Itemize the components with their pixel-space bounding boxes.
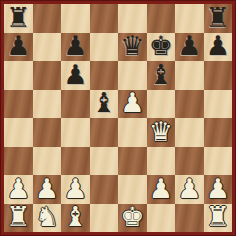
- square-b4[interactable]: [33, 118, 62, 147]
- piece-black-pawn-g7[interactable]: ♟: [177, 33, 201, 60]
- square-c3[interactable]: [61, 147, 90, 176]
- square-b7[interactable]: [33, 33, 62, 62]
- square-f4[interactable]: ♛: [147, 118, 176, 147]
- square-c4[interactable]: [61, 118, 90, 147]
- square-a6[interactable]: [4, 61, 33, 90]
- square-b3[interactable]: [33, 147, 62, 176]
- square-h1[interactable]: ♜: [204, 204, 233, 233]
- square-f1[interactable]: [147, 204, 176, 233]
- piece-white-pawn-e5[interactable]: ♟: [120, 90, 144, 117]
- square-b2[interactable]: ♟: [33, 175, 62, 204]
- piece-white-pawn-c2[interactable]: ♟: [63, 175, 87, 202]
- square-c8[interactable]: [61, 4, 90, 33]
- square-e5[interactable]: ♟: [118, 90, 147, 119]
- square-a2[interactable]: ♟: [4, 175, 33, 204]
- square-h6[interactable]: [204, 61, 233, 90]
- square-f2[interactable]: ♟: [147, 175, 176, 204]
- piece-white-pawn-f2[interactable]: ♟: [149, 175, 173, 202]
- square-c2[interactable]: ♟: [61, 175, 90, 204]
- square-b1[interactable]: ♞: [33, 204, 62, 233]
- square-a5[interactable]: [4, 90, 33, 119]
- square-c7[interactable]: ♟: [61, 33, 90, 62]
- square-b8[interactable]: [33, 4, 62, 33]
- square-h7[interactable]: ♟: [204, 33, 233, 62]
- square-h5[interactable]: [204, 90, 233, 119]
- square-e7[interactable]: ♛: [118, 33, 147, 62]
- piece-black-rook-h8[interactable]: ♜: [206, 4, 230, 31]
- square-g1[interactable]: [175, 204, 204, 233]
- square-h2[interactable]: ♟: [204, 175, 233, 204]
- square-d8[interactable]: [90, 4, 119, 33]
- square-a3[interactable]: [4, 147, 33, 176]
- square-d1[interactable]: [90, 204, 119, 233]
- square-a1[interactable]: ♜: [4, 204, 33, 233]
- square-e4[interactable]: [118, 118, 147, 147]
- piece-white-bishop-c1[interactable]: ♝: [63, 204, 87, 231]
- square-h3[interactable]: [204, 147, 233, 176]
- square-e6[interactable]: [118, 61, 147, 90]
- square-b5[interactable]: [33, 90, 62, 119]
- piece-black-queen-e7[interactable]: ♛: [120, 33, 144, 60]
- piece-black-pawn-h7[interactable]: ♟: [206, 33, 230, 60]
- square-g2[interactable]: ♟: [175, 175, 204, 204]
- square-f8[interactable]: [147, 4, 176, 33]
- square-d7[interactable]: [90, 33, 119, 62]
- square-g6[interactable]: [175, 61, 204, 90]
- square-a7[interactable]: ♟: [4, 33, 33, 62]
- piece-black-pawn-a7[interactable]: ♟: [6, 33, 30, 60]
- piece-black-pawn-c6[interactable]: ♟: [63, 61, 87, 88]
- square-g5[interactable]: [175, 90, 204, 119]
- square-f6[interactable]: ♝: [147, 61, 176, 90]
- square-d6[interactable]: [90, 61, 119, 90]
- square-f5[interactable]: [147, 90, 176, 119]
- square-h4[interactable]: [204, 118, 233, 147]
- chess-board: ♜♜♟♟♛♚♟♟♟♝♝♟♛♟♟♟♟♟♟♜♞♝♚♜: [4, 4, 232, 232]
- square-g8[interactable]: [175, 4, 204, 33]
- piece-white-pawn-b2[interactable]: ♟: [35, 175, 59, 202]
- square-e2[interactable]: [118, 175, 147, 204]
- square-c6[interactable]: ♟: [61, 61, 90, 90]
- square-f7[interactable]: ♚: [147, 33, 176, 62]
- board-frame: ♜♜♟♟♛♚♟♟♟♝♝♟♛♟♟♟♟♟♟♜♞♝♚♜: [0, 0, 236, 236]
- square-c5[interactable]: [61, 90, 90, 119]
- square-e8[interactable]: [118, 4, 147, 33]
- piece-black-bishop-d5[interactable]: ♝: [92, 90, 116, 117]
- square-g3[interactable]: [175, 147, 204, 176]
- piece-white-queen-f4[interactable]: ♛: [149, 118, 173, 145]
- piece-white-king-e1[interactable]: ♚: [120, 204, 144, 231]
- piece-black-rook-a8[interactable]: ♜: [6, 4, 30, 31]
- piece-white-pawn-h2[interactable]: ♟: [206, 175, 230, 202]
- square-g4[interactable]: [175, 118, 204, 147]
- square-a4[interactable]: [4, 118, 33, 147]
- piece-black-bishop-f6[interactable]: ♝: [149, 61, 173, 88]
- square-d4[interactable]: [90, 118, 119, 147]
- piece-white-knight-b1[interactable]: ♞: [35, 204, 59, 231]
- piece-white-pawn-a2[interactable]: ♟: [6, 175, 30, 202]
- square-b6[interactable]: [33, 61, 62, 90]
- piece-white-rook-a1[interactable]: ♜: [6, 204, 30, 231]
- piece-white-pawn-g2[interactable]: ♟: [177, 175, 201, 202]
- square-d3[interactable]: [90, 147, 119, 176]
- piece-white-rook-h1[interactable]: ♜: [206, 204, 230, 231]
- square-e1[interactable]: ♚: [118, 204, 147, 233]
- square-d2[interactable]: [90, 175, 119, 204]
- square-a8[interactable]: ♜: [4, 4, 33, 33]
- square-e3[interactable]: [118, 147, 147, 176]
- square-f3[interactable]: [147, 147, 176, 176]
- piece-black-king-f7[interactable]: ♚: [149, 33, 173, 60]
- piece-black-pawn-c7[interactable]: ♟: [63, 33, 87, 60]
- square-c1[interactable]: ♝: [61, 204, 90, 233]
- square-g7[interactable]: ♟: [175, 33, 204, 62]
- square-d5[interactable]: ♝: [90, 90, 119, 119]
- square-h8[interactable]: ♜: [204, 4, 233, 33]
